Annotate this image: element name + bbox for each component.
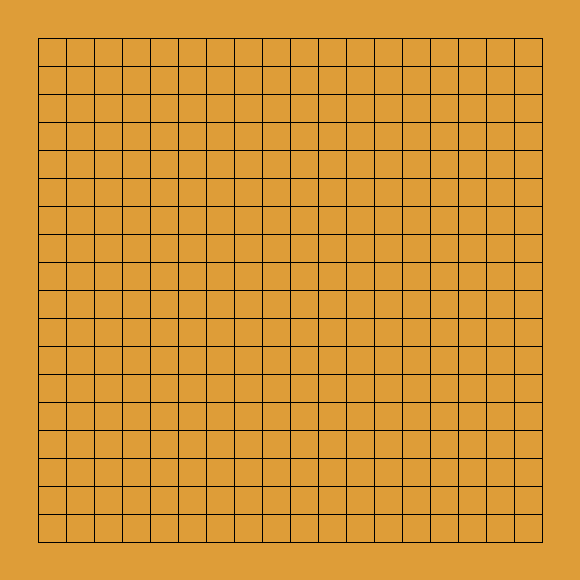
go-board xyxy=(0,0,580,580)
stones-grid xyxy=(24,24,556,556)
